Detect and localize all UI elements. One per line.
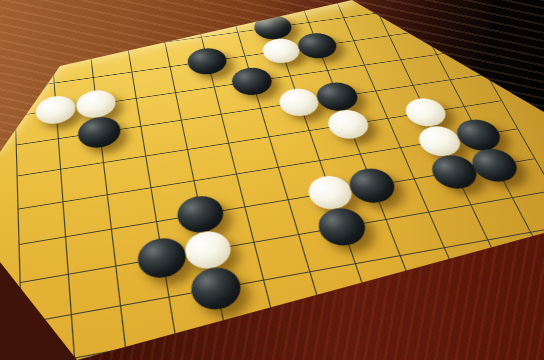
black-stone[interactable]: ●: [229, 65, 276, 97]
black-stone[interactable]: ●: [135, 235, 189, 282]
go-board-photo-scene: ●●○●○○●●○●○○○●●○●●●●○●●: [0, 0, 544, 360]
black-stone[interactable]: ●: [174, 193, 227, 236]
white-stone[interactable]: ○: [259, 37, 303, 66]
black-stone[interactable]: ●: [185, 46, 230, 77]
black-stone[interactable]: ●: [345, 165, 401, 206]
white-stone[interactable]: ○: [182, 228, 234, 272]
white-stone[interactable]: ○: [35, 94, 77, 127]
white-stone[interactable]: ○: [75, 88, 117, 120]
black-stone[interactable]: ●: [294, 31, 341, 61]
white-stone[interactable]: ○: [276, 86, 323, 118]
black-stone[interactable]: ●: [188, 264, 245, 314]
white-stone[interactable]: ○: [401, 96, 451, 129]
white-stone[interactable]: ○: [304, 173, 356, 212]
black-stone[interactable]: ●: [314, 205, 371, 249]
white-stone[interactable]: ○: [324, 108, 373, 142]
black-stone[interactable]: ●: [313, 80, 363, 114]
black-stone[interactable]: ●: [77, 114, 123, 150]
